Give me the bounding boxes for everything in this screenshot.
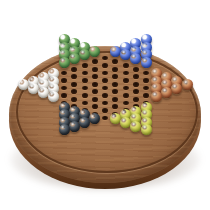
marble-green[interactable] <box>79 49 90 60</box>
marble-black[interactable] <box>89 113 100 124</box>
marble-blue[interactable] <box>141 57 152 68</box>
marbles-layer <box>0 0 210 210</box>
photo-background <box>0 0 210 210</box>
marble-red-orange[interactable] <box>171 83 182 94</box>
marble-white[interactable] <box>48 91 59 102</box>
marble-yellow[interactable] <box>130 121 141 132</box>
marble-green[interactable] <box>89 46 100 57</box>
marble-green[interactable] <box>69 53 80 64</box>
marble-white[interactable] <box>18 79 29 90</box>
marble-green[interactable] <box>59 57 70 68</box>
marble-red-orange[interactable] <box>182 79 193 90</box>
marble-red-orange[interactable] <box>151 91 162 102</box>
marble-yellow[interactable] <box>141 124 152 135</box>
marble-black[interactable] <box>69 121 80 132</box>
marble-black[interactable] <box>79 117 90 128</box>
marble-red-orange[interactable] <box>161 87 172 98</box>
marble-blue[interactable] <box>130 53 141 64</box>
marble-black[interactable] <box>59 124 70 135</box>
